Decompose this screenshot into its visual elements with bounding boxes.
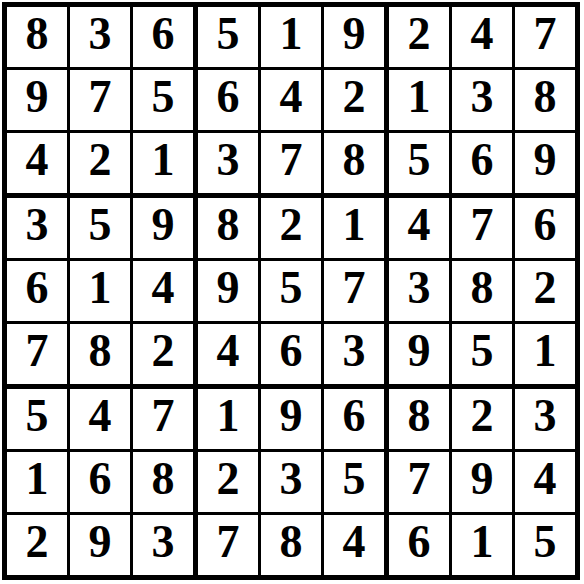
sudoku-cell-r6c6[interactable]: 3 xyxy=(324,324,389,389)
sudoku-board: 8365192479756421384213785693598214766149… xyxy=(2,2,580,580)
cell-digit: 1 xyxy=(152,137,175,183)
sudoku-cell-r1c6[interactable]: 9 xyxy=(324,7,389,70)
cell-digit: 9 xyxy=(471,456,494,502)
sudoku-cell-r1c4[interactable]: 5 xyxy=(198,7,261,70)
sudoku-cell-r5c2[interactable]: 1 xyxy=(70,261,133,324)
cell-digit: 2 xyxy=(343,74,366,120)
sudoku-cell-r3c1[interactable]: 4 xyxy=(7,133,70,198)
sudoku-cell-r8c1[interactable]: 1 xyxy=(7,452,70,515)
cell-digit: 1 xyxy=(408,74,431,120)
cell-digit: 3 xyxy=(343,328,366,374)
sudoku-cell-r9c6[interactable]: 4 xyxy=(324,515,389,575)
cell-digit: 7 xyxy=(280,137,303,183)
cell-digit: 7 xyxy=(217,519,240,565)
cell-digit: 4 xyxy=(471,11,494,57)
sudoku-cell-r9c8[interactable]: 1 xyxy=(452,515,515,575)
sudoku-cell-r4c7[interactable]: 4 xyxy=(389,198,452,261)
sudoku-cell-r5c9[interactable]: 2 xyxy=(515,261,575,324)
sudoku-cell-r5c8[interactable]: 8 xyxy=(452,261,515,324)
cell-digit: 8 xyxy=(471,265,494,311)
cell-digit: 7 xyxy=(534,11,557,57)
cell-digit: 6 xyxy=(471,137,494,183)
sudoku-cell-r6c3[interactable]: 2 xyxy=(133,324,198,389)
cell-digit: 2 xyxy=(89,137,112,183)
sudoku-cell-r9c7[interactable]: 6 xyxy=(389,515,452,575)
cell-digit: 6 xyxy=(89,456,112,502)
sudoku-cell-r8c5[interactable]: 3 xyxy=(261,452,324,515)
cell-digit: 1 xyxy=(26,456,49,502)
cell-digit: 4 xyxy=(89,393,112,439)
sudoku-cell-r1c1[interactable]: 8 xyxy=(7,7,70,70)
cell-digit: 4 xyxy=(152,265,175,311)
sudoku-cell-r7c4[interactable]: 1 xyxy=(198,389,261,452)
cell-digit: 9 xyxy=(89,519,112,565)
sudoku-cell-r1c9[interactable]: 7 xyxy=(515,7,575,70)
sudoku-cell-r2c6[interactable]: 2 xyxy=(324,70,389,133)
sudoku-cell-r4c1[interactable]: 3 xyxy=(7,198,70,261)
sudoku-cell-r9c5[interactable]: 8 xyxy=(261,515,324,575)
sudoku-cell-r6c8[interactable]: 5 xyxy=(452,324,515,389)
sudoku-cell-r7c9[interactable]: 3 xyxy=(515,389,575,452)
cell-digit: 4 xyxy=(280,74,303,120)
sudoku-cell-r2c2[interactable]: 7 xyxy=(70,70,133,133)
sudoku-cell-r2c5[interactable]: 4 xyxy=(261,70,324,133)
sudoku-cell-r3c9[interactable]: 9 xyxy=(515,133,575,198)
cell-digit: 8 xyxy=(280,519,303,565)
cell-digit: 7 xyxy=(26,328,49,374)
sudoku-cell-r7c7[interactable]: 8 xyxy=(389,389,452,452)
cell-digit: 1 xyxy=(471,519,494,565)
cell-digit: 8 xyxy=(217,202,240,248)
sudoku-cell-r7c3[interactable]: 7 xyxy=(133,389,198,452)
cell-digit: 9 xyxy=(534,137,557,183)
sudoku-cell-r3c7[interactable]: 5 xyxy=(389,133,452,198)
cell-digit: 2 xyxy=(26,519,49,565)
cell-digit: 7 xyxy=(343,265,366,311)
sudoku-cell-r1c5[interactable]: 1 xyxy=(261,7,324,70)
cell-digit: 5 xyxy=(152,74,175,120)
sudoku-cell-r1c3[interactable]: 6 xyxy=(133,7,198,70)
cell-digit: 6 xyxy=(280,328,303,374)
sudoku-cell-r2c1[interactable]: 9 xyxy=(7,70,70,133)
cell-digit: 2 xyxy=(280,202,303,248)
sudoku-cell-r7c8[interactable]: 2 xyxy=(452,389,515,452)
cell-digit: 1 xyxy=(343,202,366,248)
cell-digit: 9 xyxy=(217,265,240,311)
cell-digit: 3 xyxy=(280,456,303,502)
cell-digit: 2 xyxy=(217,456,240,502)
cell-digit: 8 xyxy=(343,137,366,183)
cell-digit: 6 xyxy=(152,11,175,57)
cell-digit: 5 xyxy=(471,328,494,374)
cell-digit: 9 xyxy=(408,328,431,374)
cell-digit: 5 xyxy=(343,456,366,502)
cell-digit: 5 xyxy=(408,137,431,183)
cell-digit: 4 xyxy=(534,456,557,502)
sudoku-cell-r6c1[interactable]: 7 xyxy=(7,324,70,389)
sudoku-cell-r4c5[interactable]: 2 xyxy=(261,198,324,261)
sudoku-cell-r3c3[interactable]: 1 xyxy=(133,133,198,198)
sudoku-cell-r5c1[interactable]: 6 xyxy=(7,261,70,324)
cell-digit: 5 xyxy=(89,202,112,248)
sudoku-cell-r1c8[interactable]: 4 xyxy=(452,7,515,70)
sudoku-cell-r9c4[interactable]: 7 xyxy=(198,515,261,575)
sudoku-cell-r2c7[interactable]: 1 xyxy=(389,70,452,133)
sudoku-cell-r9c2[interactable]: 9 xyxy=(70,515,133,575)
sudoku-cell-r9c1[interactable]: 2 xyxy=(7,515,70,575)
sudoku-cell-r9c9[interactable]: 5 xyxy=(515,515,575,575)
sudoku-cell-r4c2[interactable]: 5 xyxy=(70,198,133,261)
sudoku-cell-r8c4[interactable]: 2 xyxy=(198,452,261,515)
cell-digit: 8 xyxy=(26,11,49,57)
sudoku-cell-r6c9[interactable]: 1 xyxy=(515,324,575,389)
sudoku-cell-r2c9[interactable]: 8 xyxy=(515,70,575,133)
cell-digit: 1 xyxy=(534,328,557,374)
cell-digit: 3 xyxy=(408,265,431,311)
sudoku-cell-r6c2[interactable]: 8 xyxy=(70,324,133,389)
cell-digit: 7 xyxy=(152,393,175,439)
cell-digit: 4 xyxy=(217,328,240,374)
cell-digit: 2 xyxy=(152,328,175,374)
sudoku-cell-r5c3[interactable]: 4 xyxy=(133,261,198,324)
cell-digit: 7 xyxy=(89,74,112,120)
sudoku-cell-r4c9[interactable]: 6 xyxy=(515,198,575,261)
sudoku-cell-r4c6[interactable]: 1 xyxy=(324,198,389,261)
sudoku-cell-r7c2[interactable]: 4 xyxy=(70,389,133,452)
sudoku-cell-r7c1[interactable]: 5 xyxy=(7,389,70,452)
sudoku-cell-r2c3[interactable]: 5 xyxy=(133,70,198,133)
sudoku-cell-r1c2[interactable]: 3 xyxy=(70,7,133,70)
cell-digit: 1 xyxy=(217,393,240,439)
sudoku-cell-r7c6[interactable]: 6 xyxy=(324,389,389,452)
cell-digit: 6 xyxy=(217,74,240,120)
cell-digit: 5 xyxy=(26,393,49,439)
sudoku-cell-r5c4[interactable]: 9 xyxy=(198,261,261,324)
sudoku-cell-r8c6[interactable]: 5 xyxy=(324,452,389,515)
cell-digit: 8 xyxy=(408,393,431,439)
cell-digit: 2 xyxy=(534,265,557,311)
sudoku-cell-r5c6[interactable]: 7 xyxy=(324,261,389,324)
cell-digit: 3 xyxy=(89,11,112,57)
cell-digit: 4 xyxy=(343,519,366,565)
cell-digit: 5 xyxy=(217,11,240,57)
cell-digit: 8 xyxy=(152,456,175,502)
cell-digit: 4 xyxy=(26,137,49,183)
sudoku-cell-r4c3[interactable]: 9 xyxy=(133,198,198,261)
sudoku-cell-r6c7[interactable]: 9 xyxy=(389,324,452,389)
sudoku-cell-r4c8[interactable]: 7 xyxy=(452,198,515,261)
cell-digit: 1 xyxy=(89,265,112,311)
sudoku-cell-r8c3[interactable]: 8 xyxy=(133,452,198,515)
cell-digit: 5 xyxy=(280,265,303,311)
cell-digit: 7 xyxy=(471,202,494,248)
cell-digit: 9 xyxy=(152,202,175,248)
cell-digit: 3 xyxy=(534,393,557,439)
sudoku-cell-r7c5[interactable]: 9 xyxy=(261,389,324,452)
page: 8365192479756421384213785693598214766149… xyxy=(0,0,584,580)
sudoku-cell-r3c5[interactable]: 7 xyxy=(261,133,324,198)
cell-digit: 2 xyxy=(408,11,431,57)
sudoku-cell-r3c6[interactable]: 8 xyxy=(324,133,389,198)
sudoku-cell-r1c7[interactable]: 2 xyxy=(389,7,452,70)
cell-digit: 6 xyxy=(26,265,49,311)
cell-digit: 8 xyxy=(534,74,557,120)
cell-digit: 6 xyxy=(408,519,431,565)
sudoku-cell-r2c8[interactable]: 3 xyxy=(452,70,515,133)
cell-digit: 7 xyxy=(408,456,431,502)
cell-digit: 4 xyxy=(408,202,431,248)
cell-digit: 9 xyxy=(343,11,366,57)
sudoku-cell-r3c4[interactable]: 3 xyxy=(198,133,261,198)
cell-digit: 9 xyxy=(280,393,303,439)
sudoku-cell-r9c3[interactable]: 3 xyxy=(133,515,198,575)
sudoku-cell-r3c8[interactable]: 6 xyxy=(452,133,515,198)
cell-digit: 6 xyxy=(343,393,366,439)
cell-digit: 3 xyxy=(152,519,175,565)
sudoku-cell-r5c7[interactable]: 3 xyxy=(389,261,452,324)
cell-digit: 9 xyxy=(26,74,49,120)
cell-digit: 8 xyxy=(89,328,112,374)
sudoku-cell-r8c2[interactable]: 6 xyxy=(70,452,133,515)
cell-digit: 3 xyxy=(26,202,49,248)
sudoku-cell-r6c5[interactable]: 6 xyxy=(261,324,324,389)
sudoku-cell-r2c4[interactable]: 6 xyxy=(198,70,261,133)
sudoku-cell-r4c4[interactable]: 8 xyxy=(198,198,261,261)
sudoku-cell-r3c2[interactable]: 2 xyxy=(70,133,133,198)
sudoku-cell-r5c5[interactable]: 5 xyxy=(261,261,324,324)
sudoku-cell-r6c4[interactable]: 4 xyxy=(198,324,261,389)
sudoku-cell-r8c8[interactable]: 9 xyxy=(452,452,515,515)
cell-digit: 5 xyxy=(534,519,557,565)
cell-digit: 1 xyxy=(280,11,303,57)
cell-digit: 3 xyxy=(471,74,494,120)
cell-digit: 2 xyxy=(471,393,494,439)
sudoku-cell-r8c9[interactable]: 4 xyxy=(515,452,575,515)
sudoku-cell-r8c7[interactable]: 7 xyxy=(389,452,452,515)
cell-digit: 6 xyxy=(534,202,557,248)
cell-digit: 3 xyxy=(217,137,240,183)
